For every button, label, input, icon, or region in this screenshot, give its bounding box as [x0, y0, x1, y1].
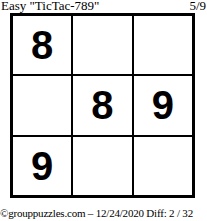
cell-r2c3[interactable]: 9	[134, 76, 192, 134]
puzzle-board: 8 8 9 9	[10, 13, 195, 198]
page-number-indicator: 5/9	[189, 0, 206, 13]
cell-r3c1[interactable]: 9	[13, 137, 71, 195]
cell-r3c3[interactable]	[134, 137, 192, 195]
cell-r1c2[interactable]	[73, 16, 131, 74]
cell-r1c1[interactable]: 8	[13, 16, 71, 74]
cell-r2c1[interactable]	[13, 76, 71, 134]
cell-r2c2[interactable]: 8	[73, 76, 131, 134]
page-title: Easy "TicTac-789"	[1, 0, 99, 13]
cell-r1c3[interactable]	[134, 16, 192, 74]
footer-credit: ©grouppuzzles.com – 12/24/2020 Diff: 2 /…	[0, 206, 207, 220]
cell-r3c2[interactable]	[73, 137, 131, 195]
puzzle-page: Easy "TicTac-789" 5/9 8 8 9 9 ©grouppuzz…	[0, 0, 207, 221]
